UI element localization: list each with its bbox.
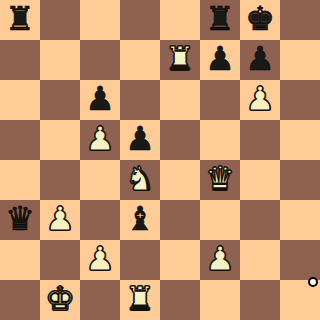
- square-h2[interactable]: [280, 240, 320, 280]
- square-f4[interactable]: ♛: [200, 160, 240, 200]
- square-e3[interactable]: [160, 200, 200, 240]
- square-c4[interactable]: [80, 160, 120, 200]
- square-b1[interactable]: ♚: [40, 280, 80, 320]
- square-g7[interactable]: ♟: [240, 40, 280, 80]
- square-e1[interactable]: [160, 280, 200, 320]
- piece-black-R-a8[interactable]: ♜: [5, 0, 35, 39]
- piece-white-Q-f4[interactable]: ♛: [205, 159, 235, 199]
- square-f7[interactable]: ♟: [200, 40, 240, 80]
- square-g8[interactable]: ♚: [240, 0, 280, 40]
- square-h8[interactable]: [280, 0, 320, 40]
- square-f5[interactable]: [200, 120, 240, 160]
- square-e6[interactable]: [160, 80, 200, 120]
- square-d7[interactable]: [120, 40, 160, 80]
- board-grid: ♜♜♚♜♟♟♟♟♟♟♞♛♛♟♝♟♟♚♜: [0, 0, 320, 320]
- piece-white-P-f2[interactable]: ♟: [205, 239, 235, 279]
- square-a5[interactable]: [0, 120, 40, 160]
- square-e7[interactable]: ♜: [160, 40, 200, 80]
- square-b2[interactable]: [40, 240, 80, 280]
- square-a8[interactable]: ♜: [0, 0, 40, 40]
- square-g3[interactable]: [240, 200, 280, 240]
- square-c5[interactable]: ♟: [80, 120, 120, 160]
- square-h5[interactable]: [280, 120, 320, 160]
- piece-white-P-c5[interactable]: ♟: [85, 119, 115, 159]
- square-a2[interactable]: [0, 240, 40, 280]
- square-c3[interactable]: [80, 200, 120, 240]
- square-c7[interactable]: [80, 40, 120, 80]
- piece-white-P-c2[interactable]: ♟: [85, 239, 115, 279]
- square-d1[interactable]: ♜: [120, 280, 160, 320]
- square-g4[interactable]: [240, 160, 280, 200]
- square-d5[interactable]: ♟: [120, 120, 160, 160]
- piece-black-P-c6[interactable]: ♟: [85, 79, 115, 119]
- side-to-move-indicator: [308, 277, 318, 287]
- square-g6[interactable]: ♟: [240, 80, 280, 120]
- square-g5[interactable]: [240, 120, 280, 160]
- piece-black-P-d5[interactable]: ♟: [125, 119, 155, 159]
- square-h3[interactable]: [280, 200, 320, 240]
- square-h4[interactable]: [280, 160, 320, 200]
- piece-black-K-g8[interactable]: ♚: [245, 0, 275, 39]
- square-c1[interactable]: [80, 280, 120, 320]
- piece-white-R-d1[interactable]: ♜: [125, 279, 155, 319]
- square-b8[interactable]: [40, 0, 80, 40]
- piece-white-P-g6[interactable]: ♟: [245, 79, 275, 119]
- square-f3[interactable]: [200, 200, 240, 240]
- square-f1[interactable]: [200, 280, 240, 320]
- square-d2[interactable]: [120, 240, 160, 280]
- square-e8[interactable]: [160, 0, 200, 40]
- square-d6[interactable]: [120, 80, 160, 120]
- square-e2[interactable]: [160, 240, 200, 280]
- square-b3[interactable]: ♟: [40, 200, 80, 240]
- piece-black-R-f8[interactable]: ♜: [205, 0, 235, 39]
- square-f8[interactable]: ♜: [200, 0, 240, 40]
- piece-white-R-e7[interactable]: ♜: [165, 39, 195, 79]
- piece-white-K-b1[interactable]: ♚: [45, 279, 75, 319]
- square-a6[interactable]: [0, 80, 40, 120]
- piece-white-P-b3[interactable]: ♟: [45, 199, 75, 239]
- square-d3[interactable]: ♝: [120, 200, 160, 240]
- square-f6[interactable]: [200, 80, 240, 120]
- square-g2[interactable]: [240, 240, 280, 280]
- square-c6[interactable]: ♟: [80, 80, 120, 120]
- square-a1[interactable]: [0, 280, 40, 320]
- chess-board: ♜♜♚♜♟♟♟♟♟♟♞♛♛♟♝♟♟♚♜: [0, 0, 320, 320]
- square-b5[interactable]: [40, 120, 80, 160]
- piece-black-P-f7[interactable]: ♟: [205, 39, 235, 79]
- square-c8[interactable]: [80, 0, 120, 40]
- square-f2[interactable]: ♟: [200, 240, 240, 280]
- piece-black-B-d3[interactable]: ♝: [125, 199, 155, 239]
- square-a3[interactable]: ♛: [0, 200, 40, 240]
- square-b4[interactable]: [40, 160, 80, 200]
- square-b6[interactable]: [40, 80, 80, 120]
- square-e4[interactable]: [160, 160, 200, 200]
- square-e5[interactable]: [160, 120, 200, 160]
- square-b7[interactable]: [40, 40, 80, 80]
- square-g1[interactable]: [240, 280, 280, 320]
- square-a7[interactable]: [0, 40, 40, 80]
- piece-black-Q-a3[interactable]: ♛: [5, 199, 35, 239]
- piece-black-P-g7[interactable]: ♟: [245, 39, 275, 79]
- square-d8[interactable]: [120, 0, 160, 40]
- square-d4[interactable]: ♞: [120, 160, 160, 200]
- square-a4[interactable]: [0, 160, 40, 200]
- piece-white-N-d4[interactable]: ♞: [125, 159, 155, 199]
- square-h7[interactable]: [280, 40, 320, 80]
- square-c2[interactable]: ♟: [80, 240, 120, 280]
- square-h6[interactable]: [280, 80, 320, 120]
